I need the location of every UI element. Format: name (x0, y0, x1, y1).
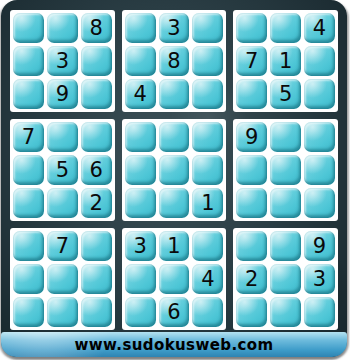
cell-r3c6[interactable] (192, 79, 223, 109)
cell-r6c3: 2 (81, 188, 112, 218)
cell-r7c4: 3 (125, 231, 156, 261)
box-3: 4715 (233, 10, 338, 112)
cell-r3c4: 4 (125, 79, 156, 109)
cell-r5c3: 6 (81, 155, 112, 185)
cell-r9c6[interactable] (192, 297, 223, 327)
cell-r2c3[interactable] (81, 46, 112, 76)
cell-r1c5: 3 (159, 13, 190, 43)
cell-r3c2: 9 (47, 79, 78, 109)
cell-r6c4[interactable] (125, 188, 156, 218)
cell-r6c7[interactable] (236, 188, 267, 218)
cell-r6c5[interactable] (159, 188, 190, 218)
cell-r8c9: 3 (304, 264, 335, 294)
cell-r9c1[interactable] (13, 297, 44, 327)
cell-r8c2[interactable] (47, 264, 78, 294)
cell-r4c6[interactable] (192, 122, 223, 152)
cell-r9c3[interactable] (81, 297, 112, 327)
cell-r5c4[interactable] (125, 155, 156, 185)
cell-r6c8[interactable] (270, 188, 301, 218)
cell-r3c8: 5 (270, 79, 301, 109)
cell-r3c7[interactable] (236, 79, 267, 109)
cell-r1c9: 4 (304, 13, 335, 43)
footer-band: www.sudokusweb.com (1, 332, 347, 357)
cell-r1c2[interactable] (47, 13, 78, 43)
cell-r9c8[interactable] (270, 297, 301, 327)
sudoku-grid: 839384471575621973146923 (10, 10, 338, 330)
cell-r7c6[interactable] (192, 231, 223, 261)
cell-r3c9[interactable] (304, 79, 335, 109)
box-4: 7562 (10, 119, 115, 221)
cell-r2c7: 7 (236, 46, 267, 76)
cell-r4c3[interactable] (81, 122, 112, 152)
cell-r8c3[interactable] (81, 264, 112, 294)
cell-r1c8[interactable] (270, 13, 301, 43)
cell-r6c6: 1 (192, 188, 223, 218)
cell-r1c7[interactable] (236, 13, 267, 43)
cell-r3c3[interactable] (81, 79, 112, 109)
cell-r2c2: 3 (47, 46, 78, 76)
cell-r9c4[interactable] (125, 297, 156, 327)
cell-r8c4[interactable] (125, 264, 156, 294)
box-8: 3146 (122, 228, 227, 330)
cell-r2c8: 1 (270, 46, 301, 76)
cell-r8c6: 4 (192, 264, 223, 294)
cell-r6c1[interactable] (13, 188, 44, 218)
cell-r8c8[interactable] (270, 264, 301, 294)
box-1: 839 (10, 10, 115, 112)
cell-r7c3[interactable] (81, 231, 112, 261)
cell-r6c9[interactable] (304, 188, 335, 218)
cell-r2c4[interactable] (125, 46, 156, 76)
website-text: www.sudokusweb.com (74, 336, 273, 354)
cell-r2c5: 8 (159, 46, 190, 76)
cell-r7c2: 7 (47, 231, 78, 261)
cell-r6c2[interactable] (47, 188, 78, 218)
cell-r9c5: 6 (159, 297, 190, 327)
cell-r1c6[interactable] (192, 13, 223, 43)
cell-r5c6[interactable] (192, 155, 223, 185)
cell-r5c8[interactable] (270, 155, 301, 185)
cell-r8c7: 2 (236, 264, 267, 294)
board-frame: 839384471575621973146923 www.sudokusweb.… (1, 0, 347, 357)
cell-r8c5[interactable] (159, 264, 190, 294)
cell-r2c9[interactable] (304, 46, 335, 76)
cell-r9c2[interactable] (47, 297, 78, 327)
cell-r7c9: 9 (304, 231, 335, 261)
cell-r5c9[interactable] (304, 155, 335, 185)
cell-r5c7[interactable] (236, 155, 267, 185)
cell-r1c1[interactable] (13, 13, 44, 43)
cell-r7c7[interactable] (236, 231, 267, 261)
box-5: 1 (122, 119, 227, 221)
box-2: 384 (122, 10, 227, 112)
cell-r2c6[interactable] (192, 46, 223, 76)
cell-r5c2: 5 (47, 155, 78, 185)
cell-r3c1[interactable] (13, 79, 44, 109)
cell-r9c9[interactable] (304, 297, 335, 327)
cell-r4c9[interactable] (304, 122, 335, 152)
cell-r9c7[interactable] (236, 297, 267, 327)
cell-r4c7: 9 (236, 122, 267, 152)
cell-r3c5[interactable] (159, 79, 190, 109)
cell-r1c4[interactable] (125, 13, 156, 43)
box-7: 7 (10, 228, 115, 330)
cell-r5c1[interactable] (13, 155, 44, 185)
cell-r4c2[interactable] (47, 122, 78, 152)
cell-r4c4[interactable] (125, 122, 156, 152)
box-6: 9 (233, 119, 338, 221)
box-9: 923 (233, 228, 338, 330)
cell-r5c5[interactable] (159, 155, 190, 185)
cell-r1c3: 8 (81, 13, 112, 43)
cell-r4c5[interactable] (159, 122, 190, 152)
cell-r7c1[interactable] (13, 231, 44, 261)
cell-r4c1: 7 (13, 122, 44, 152)
cell-r4c8[interactable] (270, 122, 301, 152)
cell-r7c5: 1 (159, 231, 190, 261)
cell-r7c8[interactable] (270, 231, 301, 261)
cell-r2c1[interactable] (13, 46, 44, 76)
sudoku-board: 839384471575621973146923 www.sudokusweb.… (0, 0, 350, 360)
cell-r8c1[interactable] (13, 264, 44, 294)
